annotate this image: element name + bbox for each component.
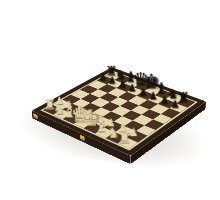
black-rook: ♜ (105, 64, 117, 77)
product-photo: ♜♞♝♛♚♝♞♜♟♟♟♟♟♟♟♟♟♟♟♟♟♟♟♟♜♞♝♛♚♝♞♜ (0, 0, 220, 200)
white-pawn: ♟ (55, 96, 64, 106)
brass-latch-icon (80, 135, 85, 142)
brass-hinge-icon (34, 113, 39, 119)
black-pawn: ♟ (99, 72, 107, 81)
